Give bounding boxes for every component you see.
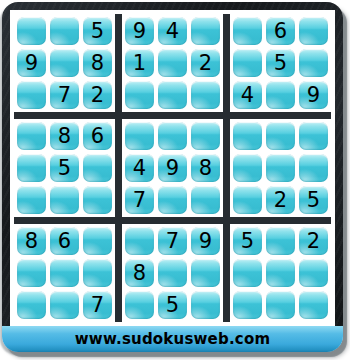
cell-r7c6[interactable]: 9	[191, 227, 220, 255]
cell-r6c1[interactable]	[17, 186, 46, 214]
cell-r4c3[interactable]: 6	[83, 122, 112, 150]
cell-r8c4[interactable]: 8	[125, 259, 154, 287]
grid-panel: 5987294126549865498725867798552	[10, 10, 335, 326]
cell-r8c9[interactable]	[299, 259, 328, 287]
cell-r4c7[interactable]	[233, 122, 262, 150]
cell-r6c9[interactable]: 5	[299, 186, 328, 214]
cell-r4c8[interactable]	[266, 122, 295, 150]
cell-r4c5[interactable]	[158, 122, 187, 150]
cell-r8c7[interactable]	[233, 259, 262, 287]
cell-r1c7[interactable]	[233, 17, 262, 45]
cell-r2c4[interactable]: 1	[125, 49, 154, 77]
footer-bar: www.sudokusweb.com	[2, 326, 343, 352]
cell-r8c3[interactable]	[83, 259, 112, 287]
cell-r1c5[interactable]: 4	[158, 17, 187, 45]
cell-r2c5[interactable]	[158, 49, 187, 77]
cell-r5c6[interactable]: 8	[191, 154, 220, 182]
cell-r7c8[interactable]	[266, 227, 295, 255]
cell-r3c2[interactable]: 7	[50, 81, 79, 109]
cell-r3c1[interactable]	[17, 81, 46, 109]
sudoku-box-2-2: 4987	[122, 119, 223, 217]
cell-r9c5[interactable]: 5	[158, 291, 187, 319]
cell-r6c3[interactable]	[83, 186, 112, 214]
cell-r4c9[interactable]	[299, 122, 328, 150]
cell-r6c2[interactable]	[50, 186, 79, 214]
cell-r7c7[interactable]: 5	[233, 227, 262, 255]
website-url[interactable]: www.sudokusweb.com	[75, 330, 270, 348]
sudoku-box-3-1: 867	[14, 224, 115, 322]
cell-r8c8[interactable]	[266, 259, 295, 287]
cell-r5c9[interactable]	[299, 154, 328, 182]
cell-r7c4[interactable]	[125, 227, 154, 255]
cell-r7c2[interactable]: 6	[50, 227, 79, 255]
cell-r9c2[interactable]	[50, 291, 79, 319]
cell-r4c2[interactable]: 8	[50, 122, 79, 150]
sudoku-box-3-3: 52	[230, 224, 331, 322]
cell-r6c8[interactable]: 2	[266, 186, 295, 214]
cell-r3c4[interactable]	[125, 81, 154, 109]
cell-r7c3[interactable]	[83, 227, 112, 255]
cell-r9c6[interactable]	[191, 291, 220, 319]
cell-r3c9[interactable]: 9	[299, 81, 328, 109]
cell-r8c2[interactable]	[50, 259, 79, 287]
cell-r6c6[interactable]	[191, 186, 220, 214]
cell-r9c4[interactable]	[125, 291, 154, 319]
sudoku-box-1-3: 6549	[230, 14, 331, 112]
cell-r7c9[interactable]: 2	[299, 227, 328, 255]
cell-r8c6[interactable]	[191, 259, 220, 287]
cell-r3c7[interactable]: 4	[233, 81, 262, 109]
cell-r6c4[interactable]: 7	[125, 186, 154, 214]
cell-r5c1[interactable]	[17, 154, 46, 182]
cell-r7c5[interactable]: 7	[158, 227, 187, 255]
cell-r3c3[interactable]: 2	[83, 81, 112, 109]
cell-r4c4[interactable]	[125, 122, 154, 150]
cell-r2c6[interactable]: 2	[191, 49, 220, 77]
cell-r2c7[interactable]	[233, 49, 262, 77]
cell-r9c1[interactable]	[17, 291, 46, 319]
sudoku-box-2-1: 865	[14, 119, 115, 217]
cell-r9c3[interactable]: 7	[83, 291, 112, 319]
cell-r3c8[interactable]	[266, 81, 295, 109]
sudoku-box-1-2: 9412	[122, 14, 223, 112]
cell-r2c9[interactable]	[299, 49, 328, 77]
cell-r7c1[interactable]: 8	[17, 227, 46, 255]
cell-r3c5[interactable]	[158, 81, 187, 109]
sudoku-box-2-3: 25	[230, 119, 331, 217]
cell-r1c1[interactable]	[17, 17, 46, 45]
cell-r2c2[interactable]	[50, 49, 79, 77]
cell-r5c3[interactable]	[83, 154, 112, 182]
cell-r3c6[interactable]	[191, 81, 220, 109]
cell-r4c1[interactable]	[17, 122, 46, 150]
sudoku-board-plaque: 5987294126549865498725867798552 www.sudo…	[2, 2, 343, 352]
cell-r1c8[interactable]: 6	[266, 17, 295, 45]
cell-r2c1[interactable]: 9	[17, 49, 46, 77]
cell-r8c1[interactable]	[17, 259, 46, 287]
cell-r9c7[interactable]	[233, 291, 262, 319]
cell-r5c5[interactable]: 9	[158, 154, 187, 182]
cell-r5c8[interactable]	[266, 154, 295, 182]
cell-r2c8[interactable]: 5	[266, 49, 295, 77]
cell-r1c3[interactable]: 5	[83, 17, 112, 45]
sudoku-box-1-1: 59872	[14, 14, 115, 112]
cell-r1c6[interactable]	[191, 17, 220, 45]
cell-r5c7[interactable]	[233, 154, 262, 182]
cell-r4c6[interactable]	[191, 122, 220, 150]
cell-r1c2[interactable]	[50, 17, 79, 45]
sudoku-grid: 5987294126549865498725867798552	[14, 14, 331, 322]
cell-r2c3[interactable]: 8	[83, 49, 112, 77]
cell-r6c7[interactable]	[233, 186, 262, 214]
sudoku-box-3-2: 7985	[122, 224, 223, 322]
cell-r1c9[interactable]	[299, 17, 328, 45]
board-frame: 5987294126549865498725867798552	[2, 2, 343, 326]
cell-r5c4[interactable]: 4	[125, 154, 154, 182]
cell-r1c4[interactable]: 9	[125, 17, 154, 45]
cell-r9c9[interactable]	[299, 291, 328, 319]
cell-r9c8[interactable]	[266, 291, 295, 319]
cell-r6c5[interactable]	[158, 186, 187, 214]
cell-r5c2[interactable]: 5	[50, 154, 79, 182]
cell-r8c5[interactable]	[158, 259, 187, 287]
